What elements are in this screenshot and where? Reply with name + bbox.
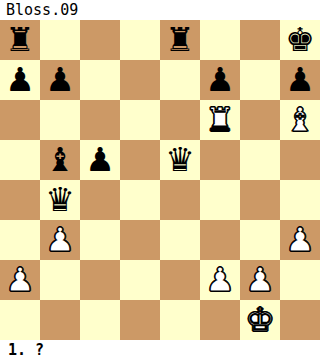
white-pawn-piece: ♟ xyxy=(205,260,235,300)
black-queen-piece: ♛ xyxy=(45,180,75,220)
square-f8[interactable] xyxy=(200,20,240,60)
square-b2[interactable] xyxy=(40,260,80,300)
square-h2[interactable] xyxy=(280,260,320,300)
black-pawn-piece: ♟ xyxy=(5,60,35,100)
square-g4[interactable] xyxy=(240,180,280,220)
square-c2[interactable] xyxy=(80,260,120,300)
square-g6[interactable] xyxy=(240,100,280,140)
black-pawn-piece: ♟ xyxy=(45,60,75,100)
square-c4[interactable] xyxy=(80,180,120,220)
square-b1[interactable] xyxy=(40,300,80,340)
square-e1[interactable] xyxy=(160,300,200,340)
square-f3[interactable] xyxy=(200,220,240,260)
square-c3[interactable] xyxy=(80,220,120,260)
square-d3[interactable] xyxy=(120,220,160,260)
square-b5[interactable]: ♝ xyxy=(40,140,80,180)
black-rook-piece: ♜ xyxy=(5,20,35,60)
square-g2[interactable]: ♟ xyxy=(240,260,280,300)
black-pawn-piece: ♟ xyxy=(285,60,315,100)
square-h3[interactable]: ♟ xyxy=(280,220,320,260)
square-g7[interactable] xyxy=(240,60,280,100)
square-e7[interactable] xyxy=(160,60,200,100)
square-c8[interactable] xyxy=(80,20,120,60)
white-bishop-piece: ♝ xyxy=(285,100,315,140)
diagram-title: Bloss.09 xyxy=(0,0,320,20)
square-g5[interactable] xyxy=(240,140,280,180)
black-pawn-piece: ♟ xyxy=(85,140,115,180)
square-b3[interactable]: ♟ xyxy=(40,220,80,260)
square-a7[interactable]: ♟ xyxy=(0,60,40,100)
square-c7[interactable] xyxy=(80,60,120,100)
square-f6[interactable]: ♜ xyxy=(200,100,240,140)
chess-board: ♜♜♚♟♟♟♟♜♝♝♟♛♛♟♟♟♟♟♚ xyxy=(0,20,320,340)
square-e2[interactable] xyxy=(160,260,200,300)
square-e8[interactable]: ♜ xyxy=(160,20,200,60)
square-a4[interactable] xyxy=(0,180,40,220)
square-b6[interactable] xyxy=(40,100,80,140)
square-a3[interactable] xyxy=(0,220,40,260)
black-queen-piece: ♛ xyxy=(165,140,195,180)
square-f2[interactable]: ♟ xyxy=(200,260,240,300)
square-c5[interactable]: ♟ xyxy=(80,140,120,180)
square-f7[interactable]: ♟ xyxy=(200,60,240,100)
square-a6[interactable] xyxy=(0,100,40,140)
black-rook-piece: ♜ xyxy=(165,20,195,60)
square-g3[interactable] xyxy=(240,220,280,260)
square-a8[interactable]: ♜ xyxy=(0,20,40,60)
square-h8[interactable]: ♚ xyxy=(280,20,320,60)
chess-diagram-page: Bloss.09 ♜♜♚♟♟♟♟♜♝♝♟♛♛♟♟♟♟♟♚ 1. ? xyxy=(0,0,320,360)
white-pawn-piece: ♟ xyxy=(45,220,75,260)
square-h7[interactable]: ♟ xyxy=(280,60,320,100)
square-e4[interactable] xyxy=(160,180,200,220)
white-king-piece: ♚ xyxy=(245,300,275,340)
white-rook-piece: ♜ xyxy=(205,100,235,140)
square-d1[interactable] xyxy=(120,300,160,340)
white-pawn-piece: ♟ xyxy=(245,260,275,300)
white-pawn-piece: ♟ xyxy=(285,220,315,260)
black-king-piece: ♚ xyxy=(285,20,315,60)
square-b4[interactable]: ♛ xyxy=(40,180,80,220)
square-h4[interactable] xyxy=(280,180,320,220)
square-h1[interactable] xyxy=(280,300,320,340)
square-a5[interactable] xyxy=(0,140,40,180)
square-g1[interactable]: ♚ xyxy=(240,300,280,340)
square-b7[interactable]: ♟ xyxy=(40,60,80,100)
square-a2[interactable]: ♟ xyxy=(0,260,40,300)
square-c6[interactable] xyxy=(80,100,120,140)
square-f4[interactable] xyxy=(200,180,240,220)
black-bishop-piece: ♝ xyxy=(45,140,75,180)
square-h6[interactable]: ♝ xyxy=(280,100,320,140)
square-f5[interactable] xyxy=(200,140,240,180)
square-e3[interactable] xyxy=(160,220,200,260)
square-d5[interactable] xyxy=(120,140,160,180)
square-d2[interactable] xyxy=(120,260,160,300)
square-a1[interactable] xyxy=(0,300,40,340)
square-e6[interactable] xyxy=(160,100,200,140)
white-pawn-piece: ♟ xyxy=(5,260,35,300)
square-h5[interactable] xyxy=(280,140,320,180)
square-d4[interactable] xyxy=(120,180,160,220)
square-b8[interactable] xyxy=(40,20,80,60)
square-e5[interactable]: ♛ xyxy=(160,140,200,180)
move-prompt: 1. ? xyxy=(0,340,320,360)
square-f1[interactable] xyxy=(200,300,240,340)
black-pawn-piece: ♟ xyxy=(205,60,235,100)
square-g8[interactable] xyxy=(240,20,280,60)
square-d6[interactable] xyxy=(120,100,160,140)
square-c1[interactable] xyxy=(80,300,120,340)
square-d7[interactable] xyxy=(120,60,160,100)
square-d8[interactable] xyxy=(120,20,160,60)
